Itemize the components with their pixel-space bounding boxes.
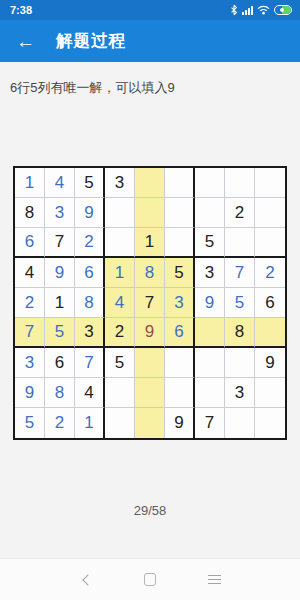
cell-r1c6[interactable]: [165, 168, 195, 198]
cell-r3c1[interactable]: 6: [15, 228, 45, 258]
cell-r6c3[interactable]: 3: [75, 318, 105, 348]
cell-r6c7[interactable]: [195, 318, 225, 348]
cell-r1c5[interactable]: [135, 168, 165, 198]
cell-r6c8[interactable]: 8: [225, 318, 255, 348]
cell-r9c5[interactable]: [135, 408, 165, 438]
nav-home-icon[interactable]: [143, 573, 157, 587]
bluetooth-icon: [230, 4, 238, 16]
cell-r7c4[interactable]: 5: [105, 348, 135, 378]
cell-r4c9[interactable]: 2: [255, 258, 285, 288]
cell-r9c3[interactable]: 1: [75, 408, 105, 438]
cell-r9c9[interactable]: [255, 408, 285, 438]
cell-r8c8[interactable]: 3: [225, 378, 255, 408]
cell-r8c5[interactable]: [135, 378, 165, 408]
cell-r3c3[interactable]: 2: [75, 228, 105, 258]
cell-r9c7[interactable]: 7: [195, 408, 225, 438]
sudoku-board-frame: 1453839267215496185372218473956753296836…: [13, 166, 287, 440]
cell-r8c3[interactable]: 4: [75, 378, 105, 408]
cell-r4c3[interactable]: 6: [75, 258, 105, 288]
cell-r4c6[interactable]: 5: [165, 258, 195, 288]
cell-r2c1[interactable]: 8: [15, 198, 45, 228]
cell-r4c1[interactable]: 4: [15, 258, 45, 288]
cell-r1c2[interactable]: 4: [45, 168, 75, 198]
cell-r3c8[interactable]: [225, 228, 255, 258]
cell-r5c4[interactable]: 4: [105, 288, 135, 318]
cell-r5c3[interactable]: 8: [75, 288, 105, 318]
cell-r1c4[interactable]: 3: [105, 168, 135, 198]
cell-r1c3[interactable]: 5: [75, 168, 105, 198]
cell-r7c7[interactable]: [195, 348, 225, 378]
cell-r7c3[interactable]: 7: [75, 348, 105, 378]
cell-r5c6[interactable]: 3: [165, 288, 195, 318]
cell-r7c8[interactable]: [225, 348, 255, 378]
cell-r5c7[interactable]: 9: [195, 288, 225, 318]
back-arrow-icon[interactable]: ←: [16, 32, 40, 51]
status-time: 7:38: [10, 4, 32, 16]
cell-r1c7[interactable]: [195, 168, 225, 198]
step-progress: 29/58: [0, 503, 300, 518]
cell-r1c8[interactable]: [225, 168, 255, 198]
cell-r2c6[interactable]: [165, 198, 195, 228]
cell-r8c4[interactable]: [105, 378, 135, 408]
cell-r9c1[interactable]: 5: [15, 408, 45, 438]
cell-r2c4[interactable]: [105, 198, 135, 228]
cell-r4c2[interactable]: 9: [45, 258, 75, 288]
cell-r3c2[interactable]: 7: [45, 228, 75, 258]
navigation-bar: [0, 558, 300, 600]
cell-r8c7[interactable]: [195, 378, 225, 408]
cell-r5c8[interactable]: 5: [225, 288, 255, 318]
sudoku-board: 1453839267215496185372218473956753296836…: [15, 168, 285, 438]
page-title: 解题过程: [56, 30, 126, 52]
cell-r9c2[interactable]: 2: [45, 408, 75, 438]
status-icons: [230, 4, 292, 16]
cell-r7c5[interactable]: [135, 348, 165, 378]
cell-r4c5[interactable]: 8: [135, 258, 165, 288]
cell-r3c4[interactable]: [105, 228, 135, 258]
cell-r8c1[interactable]: 9: [15, 378, 45, 408]
cell-r7c9[interactable]: 9: [255, 348, 285, 378]
cell-r2c5[interactable]: [135, 198, 165, 228]
cell-r6c1[interactable]: 7: [15, 318, 45, 348]
cell-r3c6[interactable]: [165, 228, 195, 258]
cell-r2c7[interactable]: [195, 198, 225, 228]
cell-r3c9[interactable]: [255, 228, 285, 258]
cell-r8c9[interactable]: [255, 378, 285, 408]
battery-icon: [274, 5, 292, 15]
cell-r5c1[interactable]: 2: [15, 288, 45, 318]
cell-r6c6[interactable]: 6: [165, 318, 195, 348]
cell-r5c5[interactable]: 7: [135, 288, 165, 318]
nav-menu-icon[interactable]: [207, 573, 221, 587]
cell-r1c9[interactable]: [255, 168, 285, 198]
cell-r6c4[interactable]: 2: [105, 318, 135, 348]
solve-step-hint: 6行5列有唯一解，可以填入9: [0, 62, 300, 97]
signal-icon: [242, 6, 253, 15]
app-bar: ← 解题过程: [0, 20, 300, 62]
cell-r8c6[interactable]: [165, 378, 195, 408]
status-bar: 7:38: [0, 0, 300, 20]
cell-r6c5[interactable]: 9: [135, 318, 165, 348]
cell-r9c8[interactable]: [225, 408, 255, 438]
cell-r3c7[interactable]: 5: [195, 228, 225, 258]
cell-r2c2[interactable]: 3: [45, 198, 75, 228]
cell-r7c2[interactable]: 6: [45, 348, 75, 378]
cell-r8c2[interactable]: 8: [45, 378, 75, 408]
cell-r2c9[interactable]: [255, 198, 285, 228]
cell-r6c9[interactable]: [255, 318, 285, 348]
cell-r3c5[interactable]: 1: [135, 228, 165, 258]
cell-r6c2[interactable]: 5: [45, 318, 75, 348]
cell-r1c1[interactable]: 1: [15, 168, 45, 198]
cell-r7c1[interactable]: 3: [15, 348, 45, 378]
cell-r4c8[interactable]: 7: [225, 258, 255, 288]
cell-r2c8[interactable]: 2: [225, 198, 255, 228]
cell-r9c4[interactable]: [105, 408, 135, 438]
cell-r9c6[interactable]: 9: [165, 408, 195, 438]
cell-r5c2[interactable]: 1: [45, 288, 75, 318]
cell-r4c7[interactable]: 3: [195, 258, 225, 288]
nav-back-icon[interactable]: [79, 573, 93, 587]
cell-r7c6[interactable]: [165, 348, 195, 378]
wifi-icon: [257, 5, 270, 15]
cell-r4c4[interactable]: 1: [105, 258, 135, 288]
cell-r5c9[interactable]: 6: [255, 288, 285, 318]
cell-r2c3[interactable]: 9: [75, 198, 105, 228]
